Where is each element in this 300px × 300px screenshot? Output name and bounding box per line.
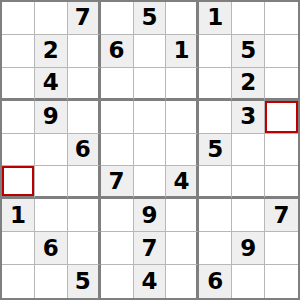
sudoku-cell-r2c2[interactable]: 2 (35, 35, 68, 68)
sudoku-cell-r4c8[interactable]: 3 (232, 101, 265, 134)
sudoku-cell-r4c7[interactable] (199, 101, 232, 134)
sudoku-cell-r8c7[interactable] (199, 232, 232, 265)
sudoku-cell-r3c4[interactable] (101, 68, 134, 101)
sudoku-cell-r1c8[interactable] (232, 2, 265, 35)
sudoku-cell-r2c5[interactable] (134, 35, 167, 68)
sudoku-cell-r5c5[interactable] (134, 134, 167, 167)
sudoku-cell-r9c6[interactable] (166, 265, 199, 298)
sudoku-cell-r5c2[interactable] (35, 134, 68, 167)
sudoku-cell-r5c1[interactable] (2, 134, 35, 167)
sudoku-cell-r8c3[interactable] (68, 232, 101, 265)
sudoku-cell-r9c4[interactable] (101, 265, 134, 298)
sudoku-cell-r9c1[interactable] (2, 265, 35, 298)
sudoku-cell-r4c3[interactable] (68, 101, 101, 134)
sudoku-cell-r2c4[interactable]: 6 (101, 35, 134, 68)
sudoku-cell-r7c2[interactable] (35, 199, 68, 232)
sudoku-cell-r2c6[interactable]: 1 (166, 35, 199, 68)
sudoku-cell-r2c3[interactable] (68, 35, 101, 68)
sudoku-cell-r1c4[interactable] (101, 2, 134, 35)
sudoku-cell-r1c1[interactable] (2, 2, 35, 35)
sudoku-cell-r8c1[interactable] (2, 232, 35, 265)
sudoku-cell-r7c9[interactable]: 7 (265, 199, 298, 232)
sudoku-cell-r4c6[interactable] (166, 101, 199, 134)
sudoku-cell-r3c8[interactable]: 2 (232, 68, 265, 101)
sudoku-cell-r6c8[interactable] (232, 166, 265, 199)
sudoku-cell-r9c2[interactable] (35, 265, 68, 298)
sudoku-cell-r2c8[interactable]: 5 (232, 35, 265, 68)
sudoku-cell-r9c5[interactable]: 4 (134, 265, 167, 298)
sudoku-cell-r6c5[interactable] (134, 166, 167, 199)
sudoku-cell-r8c6[interactable] (166, 232, 199, 265)
sudoku-cell-r1c7[interactable]: 1 (199, 2, 232, 35)
sudoku-cell-r5c4[interactable] (101, 134, 134, 167)
sudoku-cell-r5c9[interactable] (265, 134, 298, 167)
sudoku-board: 751261542936574197679546 (0, 0, 300, 300)
sudoku-cell-r7c5[interactable]: 9 (134, 199, 167, 232)
sudoku-cell-r7c1[interactable]: 1 (2, 199, 35, 232)
sudoku-cell-r9c3[interactable]: 5 (68, 265, 101, 298)
sudoku-cell-r3c9[interactable] (265, 68, 298, 101)
sudoku-cell-r5c7[interactable]: 5 (199, 134, 232, 167)
sudoku-cell-r4c1[interactable] (2, 101, 35, 134)
sudoku-cell-r6c2[interactable] (35, 166, 68, 199)
sudoku-cell-r8c5[interactable]: 7 (134, 232, 167, 265)
sudoku-cell-r4c2[interactable]: 9 (35, 101, 68, 134)
sudoku-cell-r3c1[interactable] (2, 68, 35, 101)
sudoku-cell-r2c1[interactable] (2, 35, 35, 68)
sudoku-cell-r1c3[interactable]: 7 (68, 2, 101, 35)
sudoku-cell-r6c9[interactable] (265, 166, 298, 199)
sudoku-cell-r7c4[interactable] (101, 199, 134, 232)
sudoku-cell-r8c8[interactable]: 9 (232, 232, 265, 265)
sudoku-cell-r9c8[interactable] (232, 265, 265, 298)
sudoku-cell-r4c4[interactable] (101, 101, 134, 134)
sudoku-cell-r3c6[interactable] (166, 68, 199, 101)
sudoku-cell-r9c7[interactable]: 6 (199, 265, 232, 298)
sudoku-cell-r3c2[interactable]: 4 (35, 68, 68, 101)
sudoku-cell-r6c6[interactable]: 4 (166, 166, 199, 199)
sudoku-cell-r6c3[interactable] (68, 166, 101, 199)
sudoku-cell-r7c6[interactable] (166, 199, 199, 232)
sudoku-cell-r4c5[interactable] (134, 101, 167, 134)
sudoku-cell-r7c8[interactable] (232, 199, 265, 232)
sudoku-cell-r5c6[interactable] (166, 134, 199, 167)
sudoku-cell-r2c9[interactable] (265, 35, 298, 68)
sudoku-cell-r3c3[interactable] (68, 68, 101, 101)
sudoku-cell-r6c4[interactable]: 7 (101, 166, 134, 199)
sudoku-cell-r7c3[interactable] (68, 199, 101, 232)
sudoku-cell-r8c9[interactable] (265, 232, 298, 265)
sudoku-cell-r6c1[interactable] (2, 166, 35, 199)
sudoku-cell-r9c9[interactable] (265, 265, 298, 298)
sudoku-cell-r2c7[interactable] (199, 35, 232, 68)
sudoku-cell-r8c2[interactable]: 6 (35, 232, 68, 265)
sudoku-cell-r5c3[interactable]: 6 (68, 134, 101, 167)
sudoku-cell-r1c2[interactable] (35, 2, 68, 35)
sudoku-cell-r4c9[interactable] (265, 101, 298, 134)
sudoku-cell-r6c7[interactable] (199, 166, 232, 199)
sudoku-cell-r1c9[interactable] (265, 2, 298, 35)
sudoku-cell-r3c7[interactable] (199, 68, 232, 101)
sudoku-cell-r3c5[interactable] (134, 68, 167, 101)
sudoku-cell-r1c6[interactable] (166, 2, 199, 35)
sudoku-cell-r1c5[interactable]: 5 (134, 2, 167, 35)
sudoku-cell-r5c8[interactable] (232, 134, 265, 167)
sudoku-cell-r7c7[interactable] (199, 199, 232, 232)
sudoku-cell-r8c4[interactable] (101, 232, 134, 265)
